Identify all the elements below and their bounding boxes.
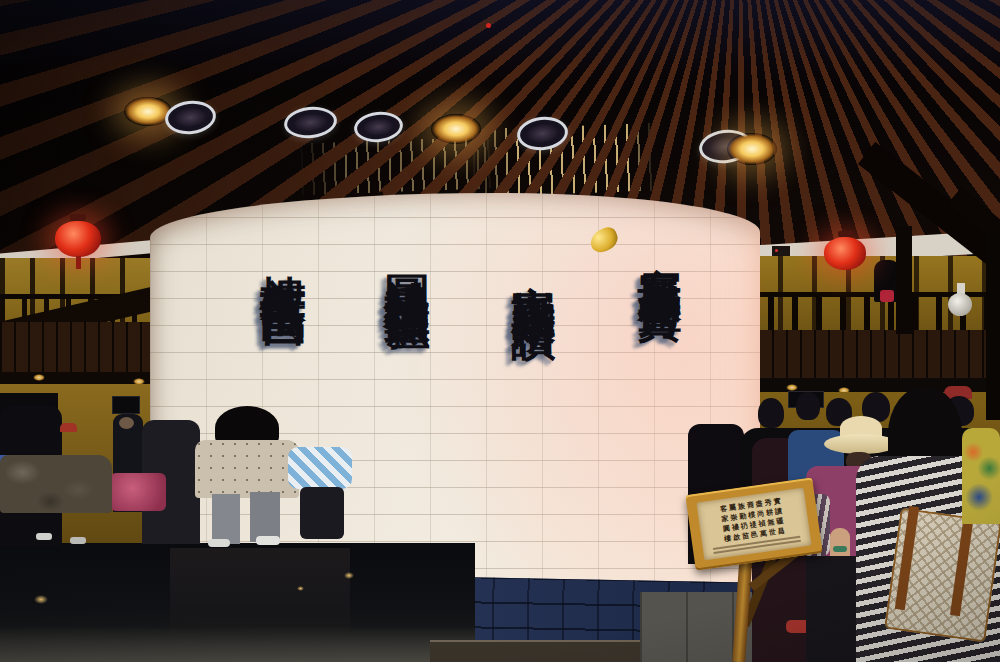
floor-light-reflection <box>297 586 304 591</box>
dark-frame-edge <box>986 230 1000 420</box>
lantern-tassel <box>76 256 81 269</box>
floor-reflection <box>170 548 350 638</box>
downlight-glow <box>786 384 798 391</box>
plaque-face: 客屬族裔盡秀實 家崇勤樸尚耕讀 圓襛礽禔禎無疆 樓啟苗邑萬世昌 <box>696 488 811 560</box>
photo-stage: 客屬族裔盡秀實 家崇勤樸尚耕讀 圓襛礽禔禎無疆 樓啟苗邑萬世昌 <box>0 0 1000 662</box>
child-striped-shirt <box>288 447 352 489</box>
sun-hat-brim <box>824 434 898 454</box>
visitor-tiedye-shirt <box>962 428 1000 524</box>
visitor-jeans-leg <box>212 494 240 544</box>
wall-display-screen <box>112 396 140 414</box>
stroller-silhouette <box>300 487 344 539</box>
white-shoe <box>36 533 52 540</box>
red-lantern <box>824 237 866 270</box>
calligraphy-column-rightmost: 客屬族裔盡秀實 <box>608 232 682 602</box>
visitor-face <box>119 417 134 429</box>
white-sneaker <box>208 539 230 547</box>
security-camera-dome <box>948 293 972 316</box>
white-shoe <box>70 537 86 544</box>
calligraphy-column-second: 家崇勤樸尚耕讀 <box>482 250 556 620</box>
visitor-floral-cardigan <box>195 440 299 498</box>
right-wood-fascia <box>744 330 1000 382</box>
pink-bag <box>110 473 166 511</box>
red-indicator-dot <box>486 23 491 28</box>
ceiling-light-glowing <box>431 114 481 144</box>
floor-foreground <box>0 626 475 662</box>
ceiling-light-glowing <box>727 133 777 165</box>
visitor-jeans-leg <box>250 492 280 542</box>
lantern-cap <box>70 214 86 221</box>
dark-wood-post <box>896 226 912 334</box>
visitor-head <box>796 392 820 420</box>
downlight-glow <box>33 374 45 381</box>
red-indicator-dot <box>775 249 778 252</box>
floor-light-reflection <box>34 595 48 604</box>
stone-planter <box>0 455 112 513</box>
lantern-cap <box>838 231 853 237</box>
floor-light-reflection <box>344 572 354 579</box>
left-wood-fascia <box>0 322 172 376</box>
visitor-head <box>758 398 784 428</box>
bracelet <box>833 546 847 552</box>
red-bag <box>880 290 894 302</box>
white-sneaker <box>256 536 280 545</box>
red-lantern <box>55 221 101 257</box>
red-cap <box>60 423 77 432</box>
